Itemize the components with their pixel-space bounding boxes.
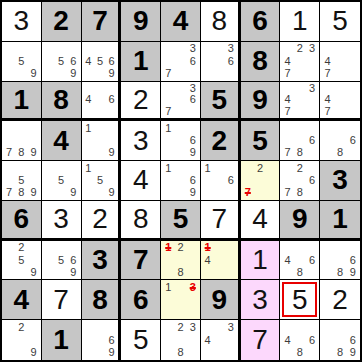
- solved-digit: 3: [14, 7, 30, 35]
- given-digit: 4: [173, 7, 189, 35]
- given-digit: 2: [53, 7, 69, 35]
- cell-r6c9[interactable]: 1: [320, 201, 360, 241]
- candidate-6: 6: [346, 334, 359, 347]
- cell-r9c2[interactable]: 1: [42, 320, 82, 360]
- solved-digit: 3: [53, 205, 69, 233]
- cell-r6c3[interactable]: 2: [82, 201, 122, 241]
- candidate-grid: 569: [43, 242, 80, 279]
- candidate-6: 6: [306, 174, 318, 186]
- cell-r6c2[interactable]: 3: [42, 201, 82, 241]
- candidate-1: 1: [162, 122, 174, 134]
- cell-r8c8[interactable]: 5: [280, 280, 320, 320]
- candidate-4: 4: [83, 55, 95, 67]
- candidate-grid: 68: [321, 122, 359, 159]
- cell-r8c7[interactable]: 3: [241, 280, 281, 320]
- candidate-grid: 29: [3, 321, 40, 359]
- candidate-7: 7: [3, 187, 15, 199]
- solved-digit: 5: [292, 286, 308, 314]
- candidate-6: 6: [187, 94, 199, 106]
- candidate-grid: 468: [281, 321, 318, 359]
- given-digit: 1: [14, 86, 30, 114]
- candidate-4: 4: [281, 94, 293, 106]
- cell-r2c5[interactable]: 367: [161, 42, 201, 82]
- cell-r2c8[interactable]: 2347: [280, 42, 320, 82]
- cell-r5c1[interactable]: 5789: [2, 161, 42, 201]
- candidate-7: 7: [281, 106, 293, 118]
- cell-r3c3[interactable]: 46: [82, 82, 122, 122]
- candidate-grid: 47: [321, 83, 359, 118]
- candidate-7: 7: [3, 147, 15, 159]
- solved-digit: 5: [332, 7, 348, 35]
- cell-r3c6[interactable]: 5: [201, 82, 241, 122]
- candidate-9: 9: [67, 187, 79, 199]
- given-digit: 9: [133, 7, 149, 35]
- given-digit: 6: [252, 7, 268, 35]
- cell-r2c6[interactable]: 36: [201, 42, 241, 82]
- candidate-5: 5: [15, 254, 27, 266]
- candidate-grid: 34: [202, 321, 237, 359]
- candidate-grid: 19: [83, 122, 118, 159]
- candidate-4: 4: [202, 334, 214, 347]
- cell-r4c6[interactable]: 2: [201, 121, 241, 161]
- cell-r5c7[interactable]: 27: [241, 161, 281, 201]
- candidate-6: 6: [225, 55, 237, 67]
- solved-digit: 5: [133, 326, 149, 354]
- candidate-6: 6: [306, 254, 318, 266]
- cell-r4c8[interactable]: 678: [280, 121, 320, 161]
- candidate-8: 8: [174, 266, 186, 278]
- candidate-9: 9: [106, 147, 118, 159]
- candidate-grid: 59: [43, 162, 80, 199]
- solved-digit: 4: [133, 166, 149, 194]
- candidate-4: 4: [83, 94, 95, 106]
- candidate-9: 9: [187, 147, 199, 159]
- candidate-5: 5: [94, 55, 106, 67]
- cell-r5c4[interactable]: 4: [121, 161, 161, 201]
- given-digit: 8: [53, 86, 69, 114]
- candidate-9: 9: [28, 147, 40, 159]
- cell-r3c7[interactable]: 9: [241, 82, 281, 122]
- candidate-9: 9: [106, 67, 118, 79]
- cell-r2c9[interactable]: 47: [320, 42, 360, 82]
- solved-digit: 1: [252, 246, 268, 274]
- candidate-6: 6: [67, 55, 79, 67]
- solved-digit: 4: [252, 205, 268, 233]
- cell-r3c1[interactable]: 1: [2, 82, 42, 122]
- candidate-6: 6: [106, 94, 118, 106]
- cell-r3c2[interactable]: 8: [42, 82, 82, 122]
- cell-r1c3[interactable]: 7: [82, 2, 122, 42]
- candidate-7: 7: [281, 187, 293, 199]
- given-digit: 1: [133, 47, 149, 75]
- candidate-8: 8: [174, 346, 186, 359]
- cell-r9c6[interactable]: 34: [201, 320, 241, 360]
- candidate-9: 9: [28, 346, 40, 359]
- candidate-6: 6: [225, 174, 237, 186]
- solved-digit: 2: [92, 205, 108, 233]
- candidate-9: 9: [67, 67, 79, 79]
- candidate-9: 9: [28, 67, 40, 79]
- candidate-2: 2: [294, 162, 306, 174]
- candidate-1: 1: [83, 122, 95, 134]
- sudoku-board: 3279486155956945691367368234747184623675…: [0, 0, 362, 362]
- candidate-8: 8: [334, 147, 347, 159]
- candidate-7: 7: [321, 106, 334, 118]
- candidate-9: 9: [28, 266, 40, 278]
- solved-digit: 7: [252, 326, 268, 354]
- cell-r4c5[interactable]: 169: [161, 121, 201, 161]
- candidate-3: 3: [225, 43, 237, 55]
- candidate-9: 9: [187, 187, 199, 199]
- cell-r1c2[interactable]: 2: [42, 2, 82, 42]
- eliminated-candidate-3: 3: [187, 281, 199, 293]
- candidate-3: 3: [187, 321, 199, 334]
- candidate-3: 3: [225, 321, 237, 334]
- cell-r7c5[interactable]: 281: [161, 241, 201, 281]
- candidate-grid: 169: [162, 162, 199, 199]
- cell-r1c8[interactable]: 1: [280, 2, 320, 42]
- cell-r6c5[interactable]: 5: [161, 201, 201, 241]
- candidate-6: 6: [106, 55, 118, 67]
- candidate-grid: 169: [162, 122, 199, 159]
- candidate-grid: 5789: [3, 162, 40, 199]
- given-digit: 9: [211, 286, 227, 314]
- cell-r1c9[interactable]: 5: [320, 2, 360, 42]
- solved-digit: 3: [252, 286, 268, 314]
- candidate-7: 7: [162, 106, 174, 118]
- candidate-9: 9: [346, 346, 359, 359]
- cell-r5c3[interactable]: 159: [82, 161, 122, 201]
- given-digit: 4: [53, 127, 69, 155]
- cell-r9c7[interactable]: 7: [241, 320, 281, 360]
- candidate-grid: 347: [281, 83, 318, 118]
- solved-digit: 1: [292, 7, 308, 35]
- candidate-grid: 69: [83, 321, 118, 359]
- given-digit: 7: [92, 7, 108, 35]
- candidate-1: 1: [162, 281, 174, 293]
- cell-r9c4[interactable]: 5: [121, 320, 161, 360]
- candidate-5: 5: [55, 254, 67, 266]
- solved-digit: 2: [133, 86, 149, 114]
- candidate-6: 6: [67, 254, 79, 266]
- cell-r3c4[interactable]: 2: [121, 82, 161, 122]
- cell-r1c4[interactable]: 9: [121, 2, 161, 42]
- candidate-grid: 789: [3, 122, 40, 159]
- candidate-3: 3: [187, 83, 199, 95]
- given-digit: 9: [252, 86, 268, 114]
- candidate-grid: 689: [321, 321, 359, 359]
- cell-r7c4[interactable]: 7: [121, 241, 161, 281]
- candidate-6: 6: [306, 135, 318, 147]
- candidate-5: 5: [15, 55, 27, 67]
- candidate-2: 2: [174, 321, 186, 334]
- solved-digit: 8: [133, 205, 149, 233]
- given-digit: 1: [332, 205, 348, 233]
- cell-r9c8[interactable]: 468: [280, 320, 320, 360]
- candidate-1: 1: [202, 162, 214, 174]
- candidate-8: 8: [294, 187, 306, 199]
- cell-r4c7[interactable]: 5: [241, 121, 281, 161]
- candidate-6: 6: [346, 135, 359, 147]
- candidate-5: 5: [55, 55, 67, 67]
- eliminated-candidate-7: 7: [242, 187, 254, 199]
- candidate-grid: 36: [202, 43, 237, 80]
- cell-r8c2[interactable]: 7: [42, 280, 82, 320]
- given-digit: 3: [92, 246, 108, 274]
- cell-r8c6[interactable]: 9: [201, 280, 241, 320]
- cell-r7c1[interactable]: 259: [2, 241, 42, 281]
- cell-r6c4[interactable]: 8: [121, 201, 161, 241]
- cell-r4c2[interactable]: 4: [42, 121, 82, 161]
- cell-r4c4[interactable]: 3: [121, 121, 161, 161]
- cell-r6c7[interactable]: 4: [241, 201, 281, 241]
- candidate-7: 7: [321, 67, 334, 79]
- solved-digit: 3: [133, 127, 149, 155]
- candidate-7: 7: [281, 67, 293, 79]
- candidate-grid: 159: [83, 162, 118, 199]
- eliminated-candidate-1: 1: [162, 242, 174, 254]
- eliminated-candidate-1: 1: [202, 242, 214, 254]
- given-digit: 6: [133, 286, 149, 314]
- cell-r9c1[interactable]: 29: [2, 320, 42, 360]
- candidate-4: 4: [202, 254, 214, 266]
- cell-r5c8[interactable]: 2678: [280, 161, 320, 201]
- given-digit: 9: [292, 205, 308, 233]
- cell-r5c6[interactable]: 16: [201, 161, 241, 201]
- given-digit: 8: [252, 47, 268, 75]
- solved-digit: 2: [332, 286, 348, 314]
- candidate-9: 9: [106, 346, 118, 359]
- given-digit: 3: [332, 166, 348, 194]
- solved-digit: 8: [211, 7, 227, 35]
- candidate-6: 6: [346, 254, 359, 266]
- cell-r2c4[interactable]: 1: [121, 42, 161, 82]
- cell-r2c3[interactable]: 4569: [82, 42, 122, 82]
- cell-r7c3[interactable]: 3: [82, 241, 122, 281]
- cell-r9c9[interactable]: 689: [320, 320, 360, 360]
- candidate-grid: 41: [202, 242, 237, 279]
- candidate-grid: 468: [281, 242, 318, 279]
- cell-r8c9[interactable]: 2: [320, 280, 360, 320]
- cell-r1c1[interactable]: 3: [2, 2, 42, 42]
- candidate-1: 1: [83, 162, 95, 174]
- candidate-9: 9: [106, 187, 118, 199]
- cell-r6c6[interactable]: 7: [201, 201, 241, 241]
- candidate-9: 9: [28, 187, 40, 199]
- cell-r6c8[interactable]: 9: [280, 201, 320, 241]
- candidate-grid: 13: [162, 281, 199, 318]
- candidate-grid: 4569: [83, 43, 118, 80]
- candidate-grid: 689: [321, 242, 359, 279]
- cell-r7c2[interactable]: 569: [42, 241, 82, 281]
- cell-r7c7[interactable]: 1: [241, 241, 281, 281]
- candidate-6: 6: [306, 334, 318, 347]
- candidate-2: 2: [254, 162, 266, 174]
- candidate-5: 5: [94, 174, 106, 186]
- cell-r4c9[interactable]: 68: [320, 121, 360, 161]
- candidate-6: 6: [106, 334, 118, 347]
- given-digit: 6: [14, 205, 30, 233]
- candidate-grid: 569: [43, 43, 80, 80]
- given-digit: 5: [211, 86, 227, 114]
- candidate-grid: 678: [281, 122, 318, 159]
- candidate-grid: 2347: [281, 43, 318, 80]
- candidate-9: 9: [346, 266, 359, 278]
- candidate-grid: 367: [162, 83, 199, 118]
- solved-digit: 7: [53, 286, 69, 314]
- cell-r7c8[interactable]: 468: [280, 241, 320, 281]
- cell-r4c3[interactable]: 19: [82, 121, 122, 161]
- cell-r2c1[interactable]: 59: [2, 42, 42, 82]
- candidate-4: 4: [281, 55, 293, 67]
- cell-r1c6[interactable]: 8: [201, 2, 241, 42]
- cell-r1c5[interactable]: 4: [161, 2, 201, 42]
- candidate-3: 3: [306, 43, 318, 55]
- candidate-4: 4: [281, 334, 293, 347]
- candidate-8: 8: [334, 266, 347, 278]
- cell-r3c9[interactable]: 47: [320, 82, 360, 122]
- cell-r8c5[interactable]: 13: [161, 280, 201, 320]
- given-digit: 7: [133, 246, 149, 274]
- candidate-8: 8: [294, 346, 306, 359]
- candidate-4: 4: [321, 55, 334, 67]
- cell-r9c5[interactable]: 238: [161, 320, 201, 360]
- cell-r9c3[interactable]: 69: [82, 320, 122, 360]
- candidate-9: 9: [67, 266, 79, 278]
- cell-r5c9[interactable]: 3: [320, 161, 360, 201]
- candidate-1: 1: [162, 162, 174, 174]
- candidate-8: 8: [294, 147, 306, 159]
- candidate-5: 5: [15, 174, 27, 186]
- given-digit: 8: [92, 286, 108, 314]
- candidate-grid: 367: [162, 43, 199, 80]
- candidate-grid: 27: [242, 162, 279, 199]
- cell-r5c5[interactable]: 169: [161, 161, 201, 201]
- candidate-grid: 238: [162, 321, 199, 359]
- candidate-2: 2: [294, 43, 306, 55]
- candidate-grid: 281: [162, 242, 199, 279]
- candidate-grid: 16: [202, 162, 237, 199]
- candidate-7: 7: [162, 67, 174, 79]
- candidate-grid: 259: [3, 242, 40, 279]
- cell-r5c2[interactable]: 59: [42, 161, 82, 201]
- candidate-8: 8: [294, 266, 306, 278]
- given-digit: 5: [252, 127, 268, 155]
- candidate-6: 6: [187, 174, 199, 186]
- cell-r8c4[interactable]: 6: [121, 280, 161, 320]
- candidate-grid: 46: [83, 83, 118, 118]
- cell-r8c1[interactable]: 4: [2, 280, 42, 320]
- candidate-grid: 47: [321, 43, 359, 80]
- cell-r2c2[interactable]: 569: [42, 42, 82, 82]
- given-digit: 4: [14, 286, 30, 314]
- candidate-7: 7: [281, 147, 293, 159]
- candidate-5: 5: [55, 174, 67, 186]
- cell-r3c8[interactable]: 347: [280, 82, 320, 122]
- candidate-2: 2: [174, 242, 186, 254]
- given-digit: 5: [173, 205, 189, 233]
- candidate-2: 2: [15, 242, 27, 254]
- candidate-6: 6: [187, 135, 199, 147]
- solved-digit: 7: [211, 205, 227, 233]
- cell-r7c9[interactable]: 689: [320, 241, 360, 281]
- given-digit: 2: [211, 127, 227, 155]
- cell-r6c1[interactable]: 6: [2, 201, 42, 241]
- candidate-8: 8: [15, 147, 27, 159]
- cell-r3c5[interactable]: 367: [161, 82, 201, 122]
- candidate-grid: 59: [3, 43, 40, 80]
- candidate-8: 8: [334, 346, 347, 359]
- candidate-grid: 2678: [281, 162, 318, 199]
- cell-r2c7[interactable]: 8: [241, 42, 281, 82]
- candidate-3: 3: [306, 83, 318, 95]
- cell-r7c6[interactable]: 41: [201, 241, 241, 281]
- cell-r1c7[interactable]: 6: [241, 2, 281, 42]
- given-digit: 1: [53, 326, 69, 354]
- candidate-3: 3: [187, 43, 199, 55]
- candidate-8: 8: [15, 187, 27, 199]
- candidate-2: 2: [15, 321, 27, 334]
- candidate-6: 6: [187, 55, 199, 67]
- cell-r8c3[interactable]: 8: [82, 280, 122, 320]
- cell-r4c1[interactable]: 789: [2, 121, 42, 161]
- candidate-4: 4: [281, 254, 293, 266]
- candidate-4: 4: [321, 94, 334, 106]
